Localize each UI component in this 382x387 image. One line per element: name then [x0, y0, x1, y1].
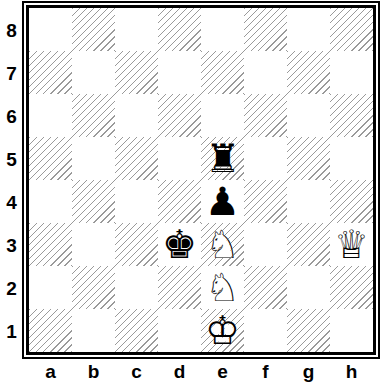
square-h7[interactable]	[330, 51, 373, 94]
square-f2[interactable]	[244, 266, 287, 309]
square-d2[interactable]	[158, 266, 201, 309]
square-e3[interactable]: ♞♘	[201, 223, 244, 266]
square-e6[interactable]	[201, 94, 244, 137]
board-inner-border: ♜♜♟♟♚♚♞♘♛♕♞♘♚♔	[26, 5, 376, 355]
square-f7[interactable]	[244, 51, 287, 94]
square-e4[interactable]: ♟♟	[201, 180, 244, 223]
square-g8[interactable]	[287, 8, 330, 51]
square-c8[interactable]	[115, 8, 158, 51]
square-b3[interactable]	[72, 223, 115, 266]
square-g7[interactable]	[287, 51, 330, 94]
square-b5[interactable]	[72, 137, 115, 180]
square-c6[interactable]	[115, 94, 158, 137]
square-c1[interactable]	[115, 309, 158, 352]
square-d1[interactable]	[158, 309, 201, 352]
square-c5[interactable]	[115, 137, 158, 180]
square-c7[interactable]	[115, 51, 158, 94]
rank-labels: 87654321	[0, 9, 23, 353]
rank-label-8: 8	[0, 9, 23, 52]
square-c4[interactable]	[115, 180, 158, 223]
square-f6[interactable]	[244, 94, 287, 137]
square-f1[interactable]	[244, 309, 287, 352]
square-b7[interactable]	[72, 51, 115, 94]
square-g6[interactable]	[287, 94, 330, 137]
square-c3[interactable]	[115, 223, 158, 266]
square-e1[interactable]: ♚♔	[201, 309, 244, 352]
square-h3[interactable]: ♛♕	[330, 223, 373, 266]
square-a3[interactable]	[29, 223, 72, 266]
piece-fill-backdrop: ♟	[201, 180, 244, 223]
square-h4[interactable]	[330, 180, 373, 223]
piece-fill-backdrop: ♞	[201, 223, 244, 266]
square-g4[interactable]	[287, 180, 330, 223]
square-f3[interactable]	[244, 223, 287, 266]
rank-label-6: 6	[0, 95, 23, 138]
rank-label-4: 4	[0, 181, 23, 224]
square-e5[interactable]: ♜♜	[201, 137, 244, 180]
square-b1[interactable]	[72, 309, 115, 352]
piece-white-king[interactable]: ♔	[201, 309, 244, 352]
square-d6[interactable]	[158, 94, 201, 137]
rank-label-3: 3	[0, 224, 23, 267]
square-g5[interactable]	[287, 137, 330, 180]
piece-white-knight[interactable]: ♘	[201, 223, 244, 266]
piece-fill-backdrop: ♚	[158, 223, 201, 266]
file-label-h: h	[330, 359, 373, 385]
rank-label-1: 1	[0, 310, 23, 353]
square-g3[interactable]	[287, 223, 330, 266]
file-labels: abcdefgh	[29, 359, 373, 385]
rank-label-2: 2	[0, 267, 23, 310]
piece-black-rook[interactable]: ♜	[201, 137, 244, 180]
piece-fill-backdrop: ♞	[201, 266, 244, 309]
square-g1[interactable]	[287, 309, 330, 352]
square-e8[interactable]	[201, 8, 244, 51]
square-c2[interactable]	[115, 266, 158, 309]
square-h5[interactable]	[330, 137, 373, 180]
file-label-a: a	[29, 359, 72, 385]
board-frame: ♜♜♟♟♚♚♞♘♛♕♞♘♚♔	[22, 1, 380, 359]
square-d5[interactable]	[158, 137, 201, 180]
piece-fill-backdrop: ♚	[201, 309, 244, 352]
square-e2[interactable]: ♞♘	[201, 266, 244, 309]
square-f4[interactable]	[244, 180, 287, 223]
piece-black-pawn[interactable]: ♟	[201, 180, 244, 223]
square-g2[interactable]	[287, 266, 330, 309]
square-a8[interactable]	[29, 8, 72, 51]
piece-white-knight[interactable]: ♘	[201, 266, 244, 309]
file-label-f: f	[244, 359, 287, 385]
square-d4[interactable]	[158, 180, 201, 223]
square-b4[interactable]	[72, 180, 115, 223]
square-h8[interactable]	[330, 8, 373, 51]
file-label-e: e	[201, 359, 244, 385]
file-label-c: c	[115, 359, 158, 385]
file-label-d: d	[158, 359, 201, 385]
square-a5[interactable]	[29, 137, 72, 180]
square-a6[interactable]	[29, 94, 72, 137]
board-grid: ♜♜♟♟♚♚♞♘♛♕♞♘♚♔	[29, 8, 373, 352]
file-label-g: g	[287, 359, 330, 385]
square-e7[interactable]	[201, 51, 244, 94]
square-f5[interactable]	[244, 137, 287, 180]
rank-label-5: 5	[0, 138, 23, 181]
square-h1[interactable]	[330, 309, 373, 352]
piece-fill-backdrop: ♜	[201, 137, 244, 180]
square-b2[interactable]	[72, 266, 115, 309]
piece-black-king[interactable]: ♚	[158, 223, 201, 266]
square-b6[interactable]	[72, 94, 115, 137]
chess-diagram: 87654321 ♜♜♟♟♚♚♞♘♛♕♞♘♚♔ abcdefgh	[0, 0, 382, 387]
piece-fill-backdrop: ♛	[330, 223, 373, 266]
rank-label-7: 7	[0, 52, 23, 95]
square-a2[interactable]	[29, 266, 72, 309]
square-h6[interactable]	[330, 94, 373, 137]
square-f8[interactable]	[244, 8, 287, 51]
square-a1[interactable]	[29, 309, 72, 352]
square-d3[interactable]: ♚♚	[158, 223, 201, 266]
square-a7[interactable]	[29, 51, 72, 94]
piece-white-queen[interactable]: ♕	[330, 223, 373, 266]
square-b8[interactable]	[72, 8, 115, 51]
square-a4[interactable]	[29, 180, 72, 223]
square-d7[interactable]	[158, 51, 201, 94]
file-label-b: b	[72, 359, 115, 385]
square-d8[interactable]	[158, 8, 201, 51]
square-h2[interactable]	[330, 266, 373, 309]
